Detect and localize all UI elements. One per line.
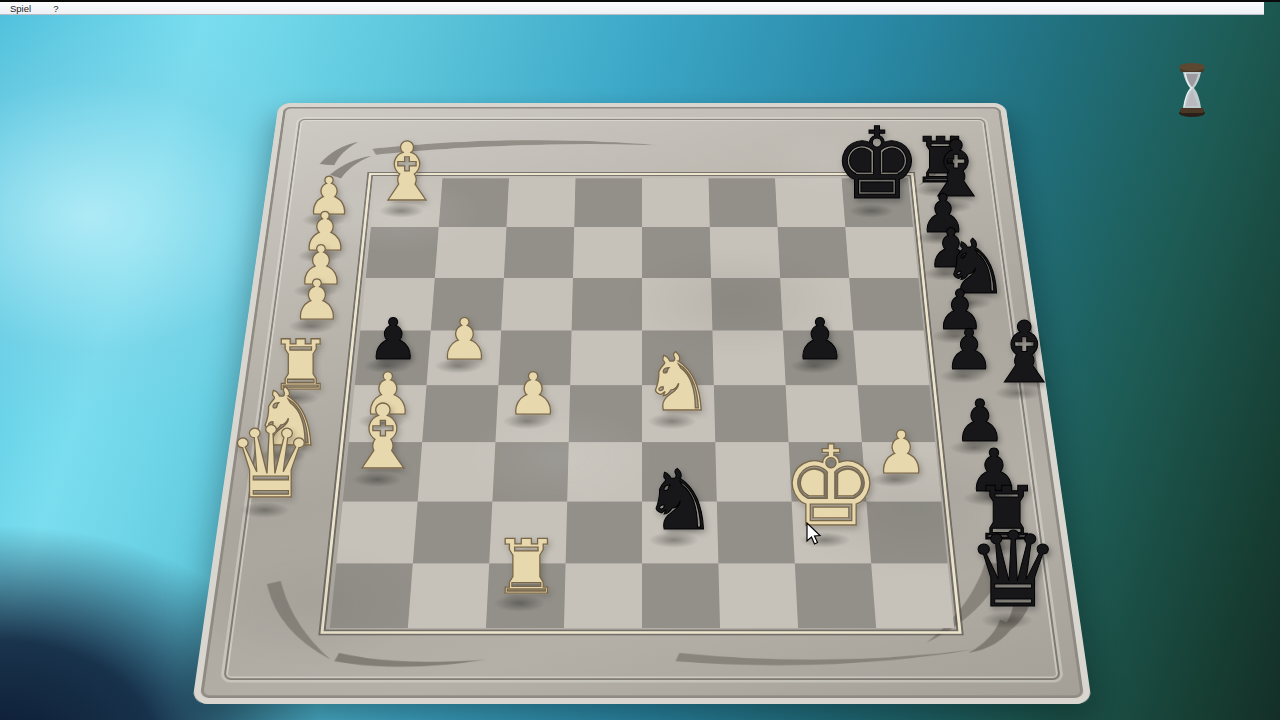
square-f5[interactable] xyxy=(712,330,785,385)
chess-titans-window: Spiel ? ♝♚♟♟♟♟♟♞♝♟♞♚♜♟♟♟♟♜♞♛♜♝♟♟♞♟♟♝♟♟♜♛ xyxy=(0,0,1280,720)
square-e8[interactable] xyxy=(642,178,710,227)
square-d1[interactable] xyxy=(564,563,642,628)
square-a4[interactable] xyxy=(349,385,427,442)
square-g5[interactable] xyxy=(783,330,858,385)
square-d6[interactable] xyxy=(572,278,642,331)
square-h2[interactable] xyxy=(866,502,947,564)
square-b1[interactable] xyxy=(408,563,489,628)
square-f7[interactable] xyxy=(710,227,780,278)
square-c6[interactable] xyxy=(501,278,573,331)
chess-table xyxy=(192,103,1092,704)
square-f8[interactable] xyxy=(709,178,778,227)
square-a8[interactable] xyxy=(371,178,443,227)
square-g4[interactable] xyxy=(786,385,862,442)
square-b8[interactable] xyxy=(439,178,509,227)
square-g2[interactable] xyxy=(792,502,872,564)
square-f3[interactable] xyxy=(715,442,791,501)
square-e2[interactable] xyxy=(642,502,718,564)
square-e6[interactable] xyxy=(642,278,712,331)
square-d2[interactable] xyxy=(566,502,642,564)
menu-item-help[interactable]: ? xyxy=(53,3,58,14)
square-a2[interactable] xyxy=(336,502,417,564)
square-g8[interactable] xyxy=(775,178,845,227)
square-b5[interactable] xyxy=(427,330,502,385)
square-g1[interactable] xyxy=(795,563,876,628)
square-a7[interactable] xyxy=(366,227,439,278)
square-d8[interactable] xyxy=(574,178,642,227)
square-e4[interactable] xyxy=(642,385,715,442)
square-f2[interactable] xyxy=(717,502,795,564)
square-g7[interactable] xyxy=(778,227,850,278)
chess-board-grid xyxy=(330,178,954,628)
square-e3[interactable] xyxy=(642,442,717,501)
square-d5[interactable] xyxy=(570,330,642,385)
square-f1[interactable] xyxy=(718,563,798,628)
square-e7[interactable] xyxy=(642,227,711,278)
square-c3[interactable] xyxy=(492,442,568,501)
square-d4[interactable] xyxy=(569,385,642,442)
square-d3[interactable] xyxy=(567,442,642,501)
square-h1[interactable] xyxy=(871,563,954,628)
square-b7[interactable] xyxy=(435,227,507,278)
square-c5[interactable] xyxy=(498,330,571,385)
menu-bar: Spiel ? xyxy=(0,2,1264,15)
square-a3[interactable] xyxy=(343,442,422,501)
square-a1[interactable] xyxy=(330,563,413,628)
square-g3[interactable] xyxy=(789,442,867,501)
square-c4[interactable] xyxy=(495,385,570,442)
menu-item-spiel[interactable]: Spiel xyxy=(10,3,31,14)
square-h7[interactable] xyxy=(845,227,918,278)
square-c2[interactable] xyxy=(489,502,567,564)
square-c1[interactable] xyxy=(486,563,566,628)
square-c8[interactable] xyxy=(506,178,575,227)
mouse-cursor xyxy=(806,522,822,546)
square-h3[interactable] xyxy=(862,442,941,501)
square-f4[interactable] xyxy=(714,385,789,442)
square-a5[interactable] xyxy=(355,330,431,385)
square-a6[interactable] xyxy=(360,278,434,331)
square-f6[interactable] xyxy=(711,278,783,331)
square-e1[interactable] xyxy=(642,563,720,628)
square-h4[interactable] xyxy=(857,385,935,442)
square-h6[interactable] xyxy=(849,278,923,331)
square-c7[interactable] xyxy=(504,227,574,278)
square-h5[interactable] xyxy=(853,330,929,385)
square-b4[interactable] xyxy=(422,385,498,442)
hourglass-icon xyxy=(1176,62,1208,118)
square-g6[interactable] xyxy=(780,278,853,331)
square-b3[interactable] xyxy=(418,442,496,501)
square-h8[interactable] xyxy=(842,178,914,227)
window-top-edge xyxy=(0,0,1280,2)
square-d7[interactable] xyxy=(573,227,642,278)
square-e5[interactable] xyxy=(642,330,714,385)
square-b6[interactable] xyxy=(431,278,504,331)
square-b2[interactable] xyxy=(413,502,493,564)
